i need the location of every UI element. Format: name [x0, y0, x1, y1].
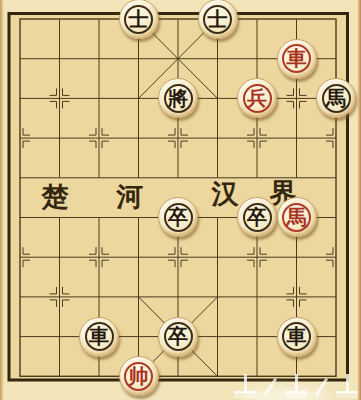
piece-glyph: 帅	[120, 357, 158, 395]
piece-red-horse[interactable]: 馬	[277, 197, 317, 237]
piece-glyph: 卒	[159, 318, 197, 356]
xiangqi-board-screenshot: 楚 河 汉 界 士士車將兵馬卒卒馬車卒車帅	[0, 0, 361, 400]
piece-black-soldier[interactable]: 卒	[158, 317, 198, 357]
piece-glyph: 車	[278, 318, 316, 356]
piece-red-general[interactable]: 帅	[119, 356, 159, 396]
piece-red-chariot[interactable]: 車	[277, 39, 317, 79]
piece-glyph: 兵	[238, 79, 276, 117]
piece-black-chariot[interactable]: 車	[79, 317, 119, 357]
piece-black-horse[interactable]: 馬	[316, 78, 356, 118]
piece-black-general[interactable]: 將	[158, 78, 198, 118]
piece-glyph: 車	[80, 318, 118, 356]
piece-red-soldier[interactable]: 兵	[237, 78, 277, 118]
pieces-layer: 士士車將兵馬卒卒馬車卒車帅	[0, 0, 356, 396]
piece-glyph: 士	[120, 0, 158, 38]
piece-glyph: 馬	[278, 198, 316, 236]
piece-black-advisor[interactable]: 士	[198, 0, 238, 39]
piece-glyph: 將	[159, 79, 197, 117]
piece-black-chariot[interactable]: 車	[277, 317, 317, 357]
piece-black-advisor[interactable]: 士	[119, 0, 159, 39]
piece-glyph: 士	[199, 0, 237, 38]
photo-edge-left	[0, 0, 4, 400]
photo-edge-right	[357, 0, 361, 400]
piece-black-soldier[interactable]: 卒	[237, 197, 277, 237]
piece-glyph: 車	[278, 40, 316, 78]
piece-glyph: 卒	[159, 198, 197, 236]
piece-black-soldier[interactable]: 卒	[158, 197, 198, 237]
piece-glyph: 卒	[238, 198, 276, 236]
piece-glyph: 馬	[317, 79, 355, 117]
